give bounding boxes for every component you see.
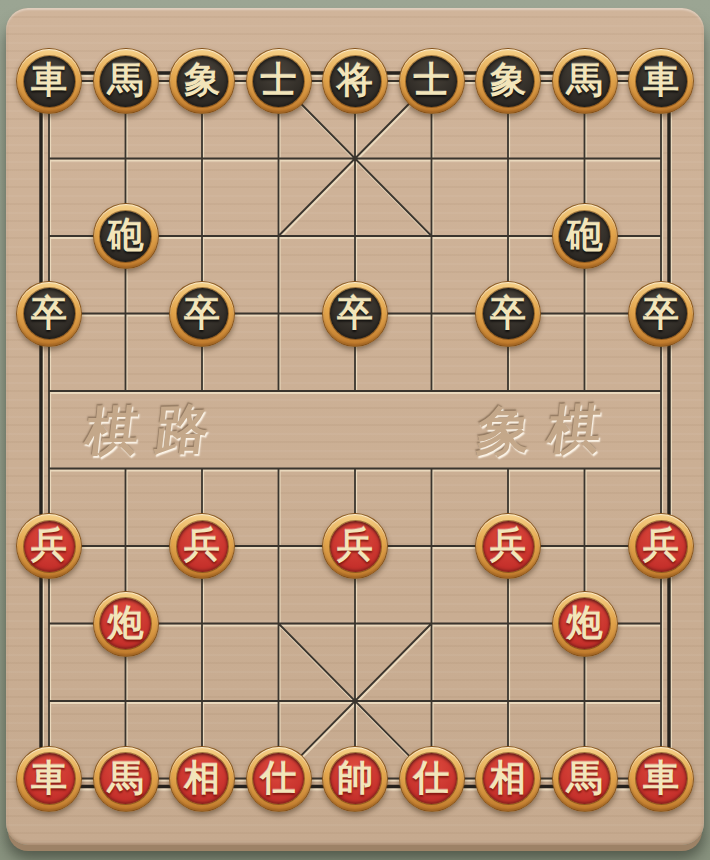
- black-elephant-right-glyph: 象: [490, 62, 526, 98]
- red-elephant-right[interactable]: 相: [475, 746, 541, 812]
- red-general-glyph: 帥: [337, 760, 373, 796]
- red-elephant-left-glyph: 相: [184, 760, 220, 796]
- black-soldier-4-glyph: 卒: [490, 295, 526, 331]
- black-chariot-left[interactable]: 車: [16, 48, 82, 114]
- red-general[interactable]: 帥: [322, 746, 388, 812]
- black-soldier-5-face: 卒: [636, 288, 687, 339]
- red-advisor-left[interactable]: 仕: [246, 746, 312, 812]
- red-general-face: 帥: [330, 753, 381, 804]
- black-elephant-left-glyph: 象: [184, 62, 220, 98]
- red-advisor-left-face: 仕: [253, 753, 304, 804]
- black-soldier-3[interactable]: 卒: [322, 281, 388, 347]
- black-advisor-left-face: 士: [253, 56, 304, 107]
- red-elephant-right-glyph: 相: [490, 760, 526, 796]
- red-pawn-3[interactable]: 兵: [322, 513, 388, 579]
- red-pawn-3-glyph: 兵: [337, 527, 373, 563]
- black-soldier-5-glyph: 卒: [643, 295, 679, 331]
- red-advisor-left-glyph: 仕: [261, 760, 297, 796]
- black-cannon-right[interactable]: 砲: [552, 203, 618, 269]
- black-general-face: 将: [330, 56, 381, 107]
- black-soldier-2-face: 卒: [177, 288, 228, 339]
- red-cannon-right-face: 炮: [559, 598, 610, 649]
- black-soldier-1-glyph: 卒: [31, 295, 67, 331]
- black-horse-left-glyph: 馬: [108, 62, 144, 98]
- black-horse-right-face: 馬: [559, 56, 610, 107]
- black-soldier-3-glyph: 卒: [337, 295, 373, 331]
- red-pawn-4[interactable]: 兵: [475, 513, 541, 579]
- red-horse-left-face: 馬: [100, 753, 151, 804]
- river-text-right: 象棋: [474, 396, 622, 462]
- red-chariot-left[interactable]: 車: [16, 746, 82, 812]
- black-advisor-left-glyph: 士: [261, 62, 297, 98]
- red-cannon-right-glyph: 炮: [567, 605, 603, 641]
- black-advisor-left[interactable]: 士: [246, 48, 312, 114]
- red-chariot-left-glyph: 車: [31, 760, 67, 796]
- red-pawn-1-face: 兵: [24, 521, 75, 572]
- red-cannon-left-face: 炮: [100, 598, 151, 649]
- red-pawn-3-face: 兵: [330, 521, 381, 572]
- black-chariot-right-glyph: 車: [643, 62, 679, 98]
- red-horse-right[interactable]: 馬: [552, 746, 618, 812]
- black-soldier-4[interactable]: 卒: [475, 281, 541, 347]
- black-horse-right[interactable]: 馬: [552, 48, 618, 114]
- red-pawn-5-face: 兵: [636, 521, 687, 572]
- black-chariot-right-face: 車: [636, 56, 687, 107]
- red-elephant-left[interactable]: 相: [169, 746, 235, 812]
- red-chariot-right-face: 車: [636, 753, 687, 804]
- black-elephant-right[interactable]: 象: [475, 48, 541, 114]
- red-horse-left-glyph: 馬: [108, 760, 144, 796]
- black-elephant-left[interactable]: 象: [169, 48, 235, 114]
- red-cannon-right[interactable]: 炮: [552, 591, 618, 657]
- black-chariot-right[interactable]: 車: [628, 48, 694, 114]
- black-advisor-right[interactable]: 士: [399, 48, 465, 114]
- river-text-left: 棋路: [82, 396, 230, 462]
- black-cannon-left-face: 砲: [100, 211, 151, 262]
- red-horse-left[interactable]: 馬: [93, 746, 159, 812]
- red-horse-right-face: 馬: [559, 753, 610, 804]
- black-chariot-left-glyph: 車: [31, 62, 67, 98]
- black-soldier-2-glyph: 卒: [184, 295, 220, 331]
- red-cannon-left-glyph: 炮: [108, 605, 144, 641]
- red-cannon-left[interactable]: 炮: [93, 591, 159, 657]
- black-soldier-1-face: 卒: [24, 288, 75, 339]
- red-pawn-2-glyph: 兵: [184, 527, 220, 563]
- black-horse-left[interactable]: 馬: [93, 48, 159, 114]
- black-cannon-left-glyph: 砲: [108, 217, 144, 253]
- red-elephant-left-face: 相: [177, 753, 228, 804]
- red-pawn-2-face: 兵: [177, 521, 228, 572]
- black-cannon-left[interactable]: 砲: [93, 203, 159, 269]
- app-background: 棋路 象棋 車馬象士将士象馬車砲砲卒卒卒卒卒兵兵兵兵兵炮炮車馬相仕帥仕相馬車: [0, 0, 710, 860]
- red-pawn-4-glyph: 兵: [490, 527, 526, 563]
- red-chariot-left-face: 車: [24, 753, 75, 804]
- black-soldier-2[interactable]: 卒: [169, 281, 235, 347]
- black-general-glyph: 将: [337, 62, 373, 98]
- red-pawn-4-face: 兵: [483, 521, 534, 572]
- red-pawn-1[interactable]: 兵: [16, 513, 82, 579]
- red-chariot-right-glyph: 車: [643, 760, 679, 796]
- black-soldier-4-face: 卒: [483, 288, 534, 339]
- black-advisor-right-face: 士: [406, 56, 457, 107]
- black-advisor-right-glyph: 士: [414, 62, 450, 98]
- black-soldier-5[interactable]: 卒: [628, 281, 694, 347]
- red-horse-right-glyph: 馬: [567, 760, 603, 796]
- black-soldier-1[interactable]: 卒: [16, 281, 82, 347]
- black-horse-right-glyph: 馬: [567, 62, 603, 98]
- red-chariot-right[interactable]: 車: [628, 746, 694, 812]
- red-advisor-right-glyph: 仕: [414, 760, 450, 796]
- red-advisor-right-face: 仕: [406, 753, 457, 804]
- black-elephant-right-face: 象: [483, 56, 534, 107]
- black-cannon-right-glyph: 砲: [567, 217, 603, 253]
- red-elephant-right-face: 相: [483, 753, 534, 804]
- black-soldier-3-face: 卒: [330, 288, 381, 339]
- red-pawn-2[interactable]: 兵: [169, 513, 235, 579]
- black-general[interactable]: 将: [322, 48, 388, 114]
- red-pawn-1-glyph: 兵: [31, 527, 67, 563]
- red-advisor-right[interactable]: 仕: [399, 746, 465, 812]
- black-chariot-left-face: 車: [24, 56, 75, 107]
- red-pawn-5[interactable]: 兵: [628, 513, 694, 579]
- black-horse-left-face: 馬: [100, 56, 151, 107]
- red-pawn-5-glyph: 兵: [643, 527, 679, 563]
- black-cannon-right-face: 砲: [559, 211, 610, 262]
- black-elephant-left-face: 象: [177, 56, 228, 107]
